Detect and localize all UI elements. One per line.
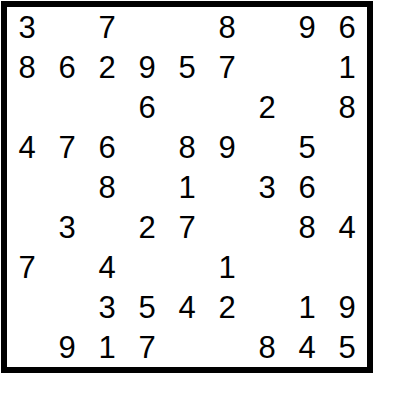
cell-r2c8-empty[interactable] (287, 47, 329, 89)
cell-r4c2-given: 7 (47, 127, 89, 169)
cell-r9c7-given: 8 (247, 327, 289, 367)
cell-r9c5-empty[interactable] (167, 327, 209, 367)
cell-r2c2-given: 6 (47, 47, 89, 89)
cell-r8c2-empty[interactable] (47, 287, 89, 329)
cell-r7c7-empty[interactable] (247, 247, 289, 289)
cell-r2c7-empty[interactable] (247, 47, 289, 89)
cell-r1c4-empty[interactable] (127, 7, 169, 49)
cell-r2c4-given: 9 (127, 47, 169, 89)
cell-r7c9-empty[interactable] (327, 247, 367, 289)
cell-r7c1-given: 7 (7, 247, 49, 289)
cell-r1c9-given: 6 (327, 7, 367, 49)
cell-r7c2-empty[interactable] (47, 247, 89, 289)
cell-r1c1-given: 3 (7, 7, 49, 49)
cell-r9c2-given: 9 (47, 327, 89, 367)
cell-r7c8-empty[interactable] (287, 247, 329, 289)
cell-r1c8-given: 9 (287, 7, 329, 49)
cell-r5c1-empty[interactable] (7, 167, 49, 209)
cell-r5c2-empty[interactable] (47, 167, 89, 209)
cell-r2c9-given: 1 (327, 47, 367, 89)
cell-r4c8-given: 5 (287, 127, 329, 169)
cell-r1c7-empty[interactable] (247, 7, 289, 49)
cell-r9c1-empty[interactable] (7, 327, 49, 367)
cell-r8c5-given: 4 (167, 287, 209, 329)
cell-r9c4-given: 7 (127, 327, 169, 367)
cell-r5c5-given: 1 (167, 167, 209, 209)
cell-r2c5-given: 5 (167, 47, 209, 89)
cell-r8c9-given: 9 (327, 287, 367, 329)
cell-r4c7-empty[interactable] (247, 127, 289, 169)
cell-r5c9-empty[interactable] (327, 167, 367, 209)
cell-r7c5-empty[interactable] (167, 247, 209, 289)
cell-r1c5-empty[interactable] (167, 7, 209, 49)
cell-r5c7-given: 3 (247, 167, 289, 209)
cell-r4c5-given: 8 (167, 127, 209, 169)
cell-r4c1-given: 4 (7, 127, 49, 169)
cell-r7c4-empty[interactable] (127, 247, 169, 289)
sudoku-board: 3789686295716284768958136327847413542199… (1, 1, 373, 373)
cell-r4c4-empty[interactable] (127, 127, 169, 169)
cell-r8c7-empty[interactable] (247, 287, 289, 329)
cell-r8c1-empty[interactable] (7, 287, 49, 329)
cell-r8c4-given: 5 (127, 287, 169, 329)
cell-r2c1-given: 8 (7, 47, 49, 89)
cell-r1c2-empty[interactable] (47, 7, 89, 49)
cell-r4c9-empty[interactable] (327, 127, 367, 169)
cell-r5c8-given: 6 (287, 167, 329, 209)
cell-r9c8-given: 4 (287, 327, 329, 367)
cell-r5c4-empty[interactable] (127, 167, 169, 209)
cell-r8c8-given: 1 (287, 287, 329, 329)
cell-r9c9-given: 5 (327, 327, 367, 367)
